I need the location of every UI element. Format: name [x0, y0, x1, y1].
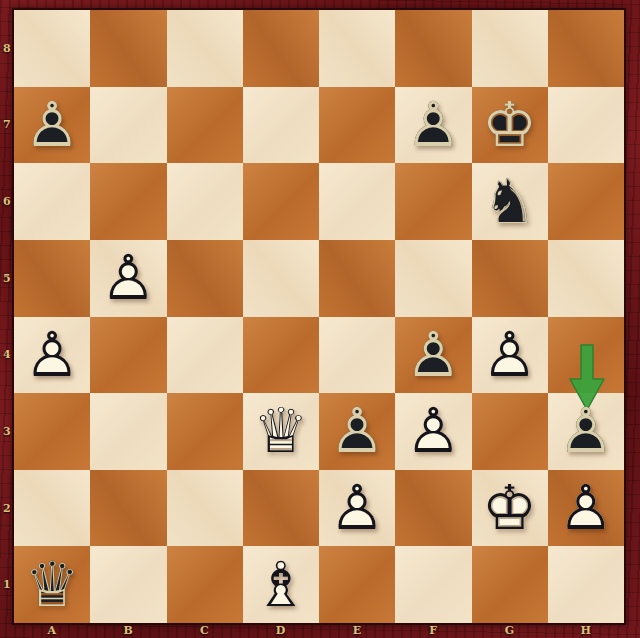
white-pawn-glyph-fill: ♟ [24, 324, 80, 386]
file-label-g: G [472, 623, 548, 638]
square-f5[interactable] [395, 240, 471, 317]
square-a4[interactable]: ♟♙ [14, 317, 90, 394]
square-g2[interactable]: ♚♔ [472, 470, 548, 547]
piece-white-pawn-b5[interactable]: ♟♙ [92, 242, 164, 314]
white-pawn-glyph-fill: ♟ [558, 477, 614, 539]
file-label-d: D [243, 623, 319, 638]
black-pawn-glyph-outline: ♙ [24, 94, 80, 156]
square-e7[interactable] [319, 87, 395, 164]
square-a7[interactable]: ♟♙ [14, 87, 90, 164]
square-d8[interactable] [243, 10, 319, 87]
square-h4[interactable] [548, 317, 624, 394]
square-f1[interactable] [395, 546, 471, 623]
white-pawn-glyph-outline: ♙ [329, 477, 385, 539]
square-a5[interactable] [14, 240, 90, 317]
black-knight-glyph-fill: ♞ [482, 171, 538, 233]
piece-white-pawn-f3[interactable]: ♟♙ [397, 395, 469, 467]
black-queen-glyph-outline: ♕ [24, 554, 80, 616]
file-label-c: C [167, 623, 243, 638]
piece-white-king-g2[interactable]: ♚♔ [474, 472, 546, 544]
rank-label-3: 3 [0, 393, 14, 470]
square-d3[interactable]: ♛♕ [243, 393, 319, 470]
square-b5[interactable]: ♟♙ [90, 240, 166, 317]
rank-label-8: 8 [0, 10, 14, 87]
square-d6[interactable] [243, 163, 319, 240]
square-e6[interactable] [319, 163, 395, 240]
square-c7[interactable] [167, 87, 243, 164]
square-h3[interactable]: ♟♙ [548, 393, 624, 470]
piece-black-king-g7[interactable]: ♚♔ [474, 89, 546, 161]
square-b3[interactable] [90, 393, 166, 470]
square-h8[interactable] [548, 10, 624, 87]
file-label-a: A [14, 623, 90, 638]
square-a2[interactable] [14, 470, 90, 547]
square-a6[interactable] [14, 163, 90, 240]
square-h7[interactable] [548, 87, 624, 164]
rank-label-6: 6 [0, 163, 14, 240]
rank-label-5: 5 [0, 240, 14, 317]
black-pawn-glyph-fill: ♟ [406, 94, 462, 156]
black-knight-glyph-outline: ♘ [482, 171, 538, 233]
square-d4[interactable] [243, 317, 319, 394]
piece-white-queen-d3[interactable]: ♛♕ [245, 395, 317, 467]
square-b4[interactable] [90, 317, 166, 394]
piece-white-bishop-d1[interactable]: ♝♗ [245, 549, 317, 621]
white-pawn-glyph-outline: ♙ [24, 324, 80, 386]
square-c1[interactable] [167, 546, 243, 623]
square-g1[interactable] [472, 546, 548, 623]
piece-white-pawn-g4[interactable]: ♟♙ [474, 319, 546, 391]
file-label-e: E [319, 623, 395, 638]
square-f2[interactable] [395, 470, 471, 547]
square-c6[interactable] [167, 163, 243, 240]
white-pawn-glyph-fill: ♟ [329, 477, 385, 539]
black-pawn-glyph-fill: ♟ [329, 400, 385, 462]
square-g3[interactable] [472, 393, 548, 470]
square-c5[interactable] [167, 240, 243, 317]
piece-white-pawn-e2[interactable]: ♟♙ [321, 472, 393, 544]
square-h2[interactable]: ♟♙ [548, 470, 624, 547]
white-bishop-glyph-fill: ♝ [253, 554, 309, 616]
square-e5[interactable] [319, 240, 395, 317]
black-pawn-glyph-fill: ♟ [558, 400, 614, 462]
file-label-h: H [548, 623, 624, 638]
black-pawn-glyph-outline: ♙ [329, 400, 385, 462]
white-bishop-glyph-outline: ♗ [253, 554, 309, 616]
rank-label-1: 1 [0, 546, 14, 623]
square-a8[interactable] [14, 10, 90, 87]
square-e2[interactable]: ♟♙ [319, 470, 395, 547]
black-pawn-glyph-fill: ♟ [406, 324, 462, 386]
square-b8[interactable] [90, 10, 166, 87]
piece-black-knight-g6[interactable]: ♞♘ [474, 166, 546, 238]
square-d5[interactable] [243, 240, 319, 317]
file-label-f: F [395, 623, 471, 638]
square-b1[interactable] [90, 546, 166, 623]
square-e3[interactable]: ♟♙ [319, 393, 395, 470]
black-pawn-glyph-outline: ♙ [406, 94, 462, 156]
file-label-b: B [90, 623, 166, 638]
white-pawn-glyph-outline: ♙ [482, 324, 538, 386]
square-g6[interactable]: ♞♘ [472, 163, 548, 240]
piece-black-queen-a1[interactable]: ♛♕ [16, 549, 88, 621]
chess-board: ♟♙♟♙♚♔♞♘♟♙♟♙♟♙♟♙♛♕♟♙♟♙♟♙♟♙♚♔♟♙♛♕♝♗ [14, 10, 624, 623]
square-e4[interactable] [319, 317, 395, 394]
square-d2[interactable] [243, 470, 319, 547]
square-b2[interactable] [90, 470, 166, 547]
square-f3[interactable]: ♟♙ [395, 393, 471, 470]
square-c3[interactable] [167, 393, 243, 470]
white-queen-glyph-outline: ♕ [253, 400, 309, 462]
white-pawn-glyph-outline: ♙ [406, 400, 462, 462]
piece-black-pawn-f4[interactable]: ♟♙ [397, 319, 469, 391]
square-h5[interactable] [548, 240, 624, 317]
square-f6[interactable] [395, 163, 471, 240]
square-f7[interactable]: ♟♙ [395, 87, 471, 164]
square-b7[interactable] [90, 87, 166, 164]
square-h6[interactable] [548, 163, 624, 240]
piece-white-pawn-a4[interactable]: ♟♙ [16, 319, 88, 391]
white-pawn-glyph-fill: ♟ [406, 400, 462, 462]
square-a3[interactable] [14, 393, 90, 470]
square-f8[interactable] [395, 10, 471, 87]
square-f4[interactable]: ♟♙ [395, 317, 471, 394]
square-g7[interactable]: ♚♔ [472, 87, 548, 164]
square-a1[interactable]: ♛♕ [14, 546, 90, 623]
rank-label-7: 7 [0, 87, 14, 164]
piece-white-pawn-h2[interactable]: ♟♙ [550, 472, 622, 544]
square-c2[interactable] [167, 470, 243, 547]
square-g5[interactable] [472, 240, 548, 317]
square-h1[interactable] [548, 546, 624, 623]
square-d1[interactable]: ♝♗ [243, 546, 319, 623]
white-pawn-glyph-outline: ♙ [101, 247, 157, 309]
rank-label-4: 4 [0, 317, 14, 394]
square-c8[interactable] [167, 10, 243, 87]
black-king-glyph-outline: ♔ [482, 94, 538, 156]
piece-black-pawn-e3[interactable]: ♟♙ [321, 395, 393, 467]
white-pawn-glyph-fill: ♟ [482, 324, 538, 386]
black-pawn-glyph-fill: ♟ [24, 94, 80, 156]
white-pawn-glyph-fill: ♟ [101, 247, 157, 309]
square-b6[interactable] [90, 163, 166, 240]
square-c4[interactable] [167, 317, 243, 394]
piece-black-pawn-a7[interactable]: ♟♙ [16, 89, 88, 161]
white-king-glyph-outline: ♔ [482, 477, 538, 539]
black-queen-glyph-fill: ♛ [24, 554, 80, 616]
rank-label-2: 2 [0, 470, 14, 547]
square-d7[interactable] [243, 87, 319, 164]
square-g4[interactable]: ♟♙ [472, 317, 548, 394]
chess-board-frame: ♟♙♟♙♚♔♞♘♟♙♟♙♟♙♟♙♛♕♟♙♟♙♟♙♟♙♚♔♟♙♛♕♝♗ 87654… [0, 0, 640, 638]
white-pawn-glyph-outline: ♙ [558, 477, 614, 539]
piece-black-pawn-f7[interactable]: ♟♙ [397, 89, 469, 161]
black-pawn-glyph-outline: ♙ [558, 400, 614, 462]
white-queen-glyph-fill: ♛ [253, 400, 309, 462]
piece-black-pawn-h3[interactable]: ♟♙ [550, 395, 622, 467]
square-e8[interactable] [319, 10, 395, 87]
square-e1[interactable] [319, 546, 395, 623]
black-pawn-glyph-outline: ♙ [406, 324, 462, 386]
white-king-glyph-fill: ♚ [482, 477, 538, 539]
square-g8[interactable] [472, 10, 548, 87]
black-king-glyph-fill: ♚ [482, 94, 538, 156]
